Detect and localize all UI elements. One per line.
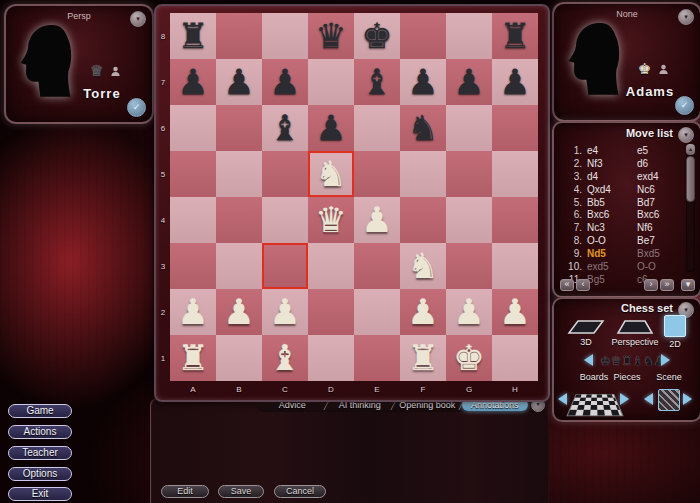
- move-row-4: 4.Qxd4Nc6: [560, 183, 682, 196]
- scroll-up-icon[interactable]: ▲: [686, 144, 695, 155]
- move-black-Nf6[interactable]: Nf6: [637, 222, 682, 233]
- square-b6[interactable]: [216, 105, 262, 151]
- piece-bb-c6: ♝: [262, 105, 308, 151]
- pieces-label: Pieces: [606, 372, 648, 382]
- piece-wn-d5: ♞: [308, 151, 354, 197]
- move-white-O-O[interactable]: O-O: [587, 235, 637, 246]
- move-black-d6[interactable]: d6: [637, 158, 682, 169]
- move-nav-next-button[interactable]: ›: [644, 279, 658, 291]
- card-edit-button[interactable]: ✓: [675, 96, 694, 115]
- piece-br-h8: ♜: [492, 13, 538, 59]
- move-white-Qxd4[interactable]: Qxd4: [587, 184, 637, 195]
- square-h1[interactable]: [492, 335, 538, 381]
- menu-button-exit[interactable]: Exit: [8, 487, 72, 501]
- square-h4[interactable]: [492, 197, 538, 243]
- piece-br-a8: ♜: [170, 13, 216, 59]
- move-list-scrollbar[interactable]: ▲: [686, 144, 695, 272]
- move-number: 1.: [560, 145, 587, 156]
- piece-wp-c2: ♟: [262, 289, 308, 335]
- piece-wp-e4: ♟: [354, 197, 400, 243]
- piece-wn-f3: ♞: [400, 243, 446, 289]
- square-a1[interactable]: ♜: [170, 335, 216, 381]
- move-black-e5[interactable]: e5: [637, 145, 682, 156]
- square-h7[interactable]: ♟: [492, 59, 538, 105]
- menu-button-game[interactable]: Game: [8, 404, 72, 418]
- square-h6[interactable]: [492, 105, 538, 151]
- human-player-icon: [110, 66, 121, 77]
- board-frame: 87654321 ♜♛♚♜♟♟♟♝♟♟♟♝♟♞♞♛♟♞♟♟♟♟♟♟♜♝♜♚ AB…: [154, 4, 550, 402]
- square-b2[interactable]: ♟: [216, 289, 262, 335]
- scene-label: Scene: [652, 372, 686, 382]
- square-b8[interactable]: [216, 13, 262, 59]
- square-e3[interactable]: [354, 243, 400, 289]
- move-list-panel: Move list ▾ 1.e4e52.Nf3d63.d4exd44.Qxd4N…: [552, 121, 700, 298]
- move-number: 10.: [560, 261, 587, 272]
- file-label-g: G: [446, 381, 492, 398]
- square-b4[interactable]: [216, 197, 262, 243]
- card-collapse-button[interactable]: ▾: [678, 9, 694, 25]
- move-number: 4.: [560, 184, 587, 195]
- move-white-Nd5[interactable]: Nd5: [587, 248, 637, 259]
- square-h3[interactable]: [492, 243, 538, 289]
- square-e2[interactable]: [354, 289, 400, 335]
- piece-bk-e8: ♚: [354, 13, 400, 59]
- square-d2[interactable]: [308, 289, 354, 335]
- square-d4[interactable]: ♛: [308, 197, 354, 243]
- square-e8[interactable]: ♚: [354, 13, 400, 59]
- menu-button-teacher[interactable]: Teacher: [8, 446, 72, 460]
- move-list-title: Move list: [626, 127, 673, 139]
- move-nav-first-button[interactable]: «: [560, 279, 574, 291]
- piece-wp-a2: ♟: [170, 289, 216, 335]
- square-a4[interactable]: [170, 197, 216, 243]
- square-h5[interactable]: [492, 151, 538, 197]
- square-e4[interactable]: ♟: [354, 197, 400, 243]
- square-c4[interactable]: [262, 197, 308, 243]
- square-f3[interactable]: ♞: [400, 243, 446, 289]
- move-number: 6.: [560, 209, 587, 220]
- menu-button-options[interactable]: Options: [8, 467, 72, 481]
- move-row-5: 5.Bb5Bd7: [560, 196, 682, 209]
- player-card-black: Persp ♛ Torre ▾ ✓: [4, 4, 154, 124]
- move-row-7: 7.Nc3Nf6: [560, 221, 682, 234]
- square-a2[interactable]: ♟: [170, 289, 216, 335]
- move-white-Bb5[interactable]: Bb5: [587, 197, 637, 208]
- rank-label-2: 2: [156, 289, 170, 335]
- square-g8[interactable]: [446, 13, 492, 59]
- square-f7[interactable]: ♟: [400, 59, 446, 105]
- square-a8[interactable]: ♜: [170, 13, 216, 59]
- view-3d-button[interactable]: 3D: [564, 319, 608, 347]
- move-nav-last-button[interactable]: »: [660, 279, 674, 291]
- square-e5[interactable]: [354, 151, 400, 197]
- piece-wr-f1: ♜: [400, 335, 446, 381]
- rank-label-4: 4: [156, 197, 170, 243]
- move-white-exd5[interactable]: exd5: [587, 261, 637, 272]
- square-f6[interactable]: ♞: [400, 105, 446, 151]
- move-number: 5.: [560, 197, 587, 208]
- move-nav-options-button[interactable]: ▾: [681, 279, 695, 291]
- move-black-exd4[interactable]: exd4: [637, 171, 682, 182]
- square-e1[interactable]: [354, 335, 400, 381]
- square-f8[interactable]: [400, 13, 446, 59]
- move-number: 8.: [560, 235, 587, 246]
- move-black-O-O[interactable]: O-O: [637, 261, 682, 272]
- white-side-piece-icon: ♚: [638, 62, 651, 77]
- view-2d-button[interactable]: 2D: [660, 315, 690, 349]
- piece-wp-h2: ♟: [492, 289, 538, 335]
- move-black-Nc6[interactable]: Nc6: [637, 184, 682, 195]
- move-row-10: 10.exd5O-O: [560, 260, 682, 273]
- boards-preview-icon: [566, 394, 623, 416]
- rank-label-3: 3: [156, 243, 170, 289]
- square-c6[interactable]: ♝: [262, 105, 308, 151]
- board-2d-icon: [664, 315, 686, 337]
- move-white-Nc3[interactable]: Nc3: [587, 222, 637, 233]
- move-white-Bxc6[interactable]: Bxc6: [587, 209, 637, 220]
- move-number: 7.: [560, 222, 587, 233]
- chess-app-window: Persp ♛ Torre ▾ ✓ None ♚ A: [0, 0, 700, 503]
- piece-bb-e7: ♝: [354, 59, 400, 105]
- square-d1[interactable]: [308, 335, 354, 381]
- square-d8[interactable]: ♛: [308, 13, 354, 59]
- board-3d-icon: [566, 319, 606, 335]
- chess-set-panel: Chess set ▾ 3D Perspective 2D ♚♛♜♝♞♟ Boa…: [552, 297, 700, 422]
- piece-bn-f6: ♞: [400, 105, 446, 151]
- move-number: 9.: [560, 248, 587, 259]
- move-row-2: 2.Nf3d6: [560, 157, 682, 170]
- file-label-c: C: [262, 381, 308, 398]
- scene-preview-icon: [658, 389, 680, 411]
- square-g6[interactable]: [446, 105, 492, 151]
- square-c3[interactable]: [262, 243, 308, 289]
- move-black-Be7[interactable]: Be7: [637, 235, 682, 246]
- square-g1[interactable]: ♚: [446, 335, 492, 381]
- move-black-Bxd5[interactable]: Bxd5: [637, 248, 682, 259]
- file-labels: ABCDEFGH: [170, 381, 538, 398]
- piece-bp-f7: ♟: [400, 59, 446, 105]
- boards-next-arrow[interactable]: [620, 393, 629, 405]
- move-number: 3.: [560, 171, 587, 182]
- annotation-edit-button[interactable]: Edit: [161, 485, 209, 498]
- square-b3[interactable]: [216, 243, 262, 289]
- piece-wk-g1: ♚: [446, 335, 492, 381]
- file-label-e: E: [354, 381, 400, 398]
- annotation-cancel-button[interactable]: Cancel: [274, 485, 326, 498]
- square-a3[interactable]: [170, 243, 216, 289]
- panel-collapse-button[interactable]: ▾: [678, 127, 694, 143]
- piece-wr-a1: ♜: [170, 335, 216, 381]
- annotation-save-button[interactable]: Save: [218, 485, 264, 498]
- annotation-text-area[interactable]: [155, 414, 545, 483]
- piece-bp-c7: ♟: [262, 59, 308, 105]
- view-perspective-button[interactable]: Perspective: [609, 319, 661, 347]
- square-a6[interactable]: [170, 105, 216, 151]
- piece-wb-c1: ♝: [262, 335, 308, 381]
- move-number: 2.: [560, 158, 587, 169]
- move-white-e4[interactable]: e4: [587, 145, 637, 156]
- square-e7[interactable]: ♝: [354, 59, 400, 105]
- square-g7[interactable]: ♟: [446, 59, 492, 105]
- square-d7[interactable]: [308, 59, 354, 105]
- square-h8[interactable]: ♜: [492, 13, 538, 59]
- square-f2[interactable]: ♟: [400, 289, 446, 335]
- move-row-6: 6.Bxc6Bxc6: [560, 208, 682, 221]
- square-g3[interactable]: [446, 243, 492, 289]
- player-card-white: None ♚ Adams ▾ ✓: [552, 2, 700, 122]
- card-edit-button[interactable]: ✓: [127, 98, 146, 117]
- scene-prev-arrow[interactable]: [644, 393, 653, 405]
- move-white-Nf3[interactable]: Nf3: [587, 158, 637, 169]
- rank-label-6: 6: [156, 105, 170, 151]
- rank-labels: 87654321: [156, 13, 170, 381]
- square-e6[interactable]: [354, 105, 400, 151]
- piece-bp-g7: ♟: [446, 59, 492, 105]
- piece-wp-b2: ♟: [216, 289, 262, 335]
- chess-set-title: Chess set: [621, 302, 673, 314]
- move-white-Bg5[interactable]: Bg5: [587, 274, 637, 285]
- piece-bq-d8: ♛: [308, 13, 354, 59]
- square-d3[interactable]: [308, 243, 354, 289]
- piece-wq-d4: ♛: [308, 197, 354, 243]
- piece-wp-g2: ♟: [446, 289, 492, 335]
- move-black-Bd7[interactable]: Bd7: [637, 197, 682, 208]
- black-side-piece-icon: ♛: [90, 64, 103, 79]
- square-b1[interactable]: [216, 335, 262, 381]
- piece-bp-h7: ♟: [492, 59, 538, 105]
- file-label-h: H: [492, 381, 538, 398]
- menu-button-actions[interactable]: Actions: [8, 425, 72, 439]
- square-g5[interactable]: [446, 151, 492, 197]
- move-row-8: 8.O-OBe7: [560, 234, 682, 247]
- square-h2[interactable]: ♟: [492, 289, 538, 335]
- move-row-3: 3.d4exd4: [560, 170, 682, 183]
- board-perspective-icon: [616, 319, 654, 335]
- rank-label-8: 8: [156, 13, 170, 59]
- square-c5[interactable]: [262, 151, 308, 197]
- human-player-icon: [658, 64, 669, 75]
- rank-label-1: 1: [156, 335, 170, 381]
- square-g2[interactable]: ♟: [446, 289, 492, 335]
- square-c8[interactable]: [262, 13, 308, 59]
- square-d5[interactable]: ♞: [308, 151, 354, 197]
- square-a7[interactable]: ♟: [170, 59, 216, 105]
- scene-next-arrow[interactable]: [683, 393, 692, 405]
- square-f1[interactable]: ♜: [400, 335, 446, 381]
- pieces-next-arrow[interactable]: [661, 354, 670, 366]
- rank-label-7: 7: [156, 59, 170, 105]
- annotation-panel: AdviceAI thinkingOpening bookAnnotations…: [150, 398, 549, 503]
- move-row-9: 9.Nd5Bxd5: [560, 247, 682, 260]
- file-label-a: A: [170, 381, 216, 398]
- square-c2[interactable]: ♟: [262, 289, 308, 335]
- square-c1[interactable]: ♝: [262, 335, 308, 381]
- piece-bp-a7: ♟: [170, 59, 216, 105]
- move-nav-prev-button[interactable]: ‹: [576, 279, 590, 291]
- card-collapse-button[interactable]: ▾: [130, 11, 146, 27]
- piece-bp-d6: ♟: [308, 105, 354, 151]
- file-label-d: D: [308, 381, 354, 398]
- square-a5[interactable]: [170, 151, 216, 197]
- piece-bp-b7: ♟: [216, 59, 262, 105]
- pieces-set-preview: ♚♛♜♝♞♟: [600, 354, 656, 368]
- move-rows: 1.e4e52.Nf3d63.d4exd44.Qxd4Nc65.Bb5Bd76.…: [560, 144, 682, 286]
- piece-wp-f2: ♟: [400, 289, 446, 335]
- square-g4[interactable]: [446, 197, 492, 243]
- square-b7[interactable]: ♟: [216, 59, 262, 105]
- chess-board: ♜♛♚♜♟♟♟♝♟♟♟♝♟♞♞♛♟♞♟♟♟♟♟♟♜♝♜♚: [170, 13, 538, 381]
- boards-prev-arrow[interactable]: [558, 393, 567, 405]
- move-row-1: 1.e4e5: [560, 144, 682, 157]
- square-d6[interactable]: ♟: [308, 105, 354, 151]
- pieces-prev-arrow[interactable]: [584, 354, 593, 366]
- square-f5[interactable]: [400, 151, 446, 197]
- square-b5[interactable]: [216, 151, 262, 197]
- move-white-d4[interactable]: d4: [587, 171, 637, 182]
- scrollbar-thumb[interactable]: [686, 156, 695, 202]
- file-label-f: F: [400, 381, 446, 398]
- file-label-b: B: [216, 381, 262, 398]
- square-c7[interactable]: ♟: [262, 59, 308, 105]
- rank-label-5: 5: [156, 151, 170, 197]
- move-black-Bxc6[interactable]: Bxc6: [637, 209, 682, 220]
- square-f4[interactable]: [400, 197, 446, 243]
